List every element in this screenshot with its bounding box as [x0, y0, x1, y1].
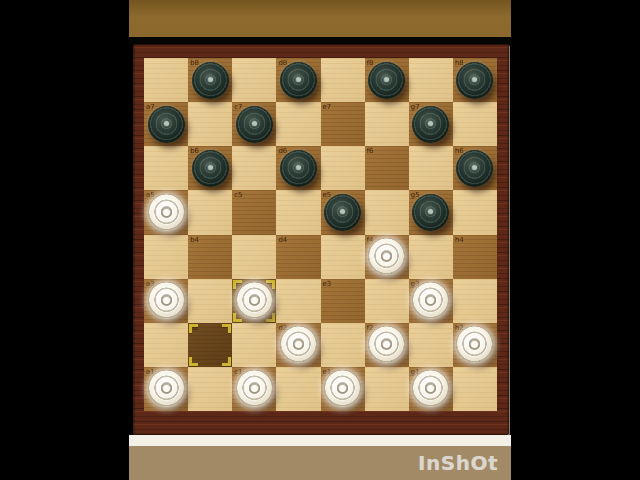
- square-e8: [321, 58, 365, 102]
- square-g6: [409, 146, 453, 190]
- black-man-f8[interactable]: [368, 62, 405, 99]
- square-c2: [232, 323, 276, 367]
- square-h8[interactable]: h8: [453, 58, 497, 102]
- square-coordinate-label: e3: [323, 280, 332, 288]
- square-b5: [188, 190, 232, 234]
- black-man-a7[interactable]: [148, 106, 185, 143]
- square-c1[interactable]: c1: [232, 367, 276, 411]
- square-b4[interactable]: b4: [188, 235, 232, 279]
- white-man-a1[interactable]: [148, 370, 185, 407]
- square-coordinate-label: f6: [367, 147, 374, 155]
- video-content-column: b8d8f8h8a7c7e7g7b6d6f6h6a5c5e5g5b4d4f4h4…: [129, 0, 511, 480]
- square-c3[interactable]: c3: [232, 279, 276, 323]
- white-man-c1[interactable]: [236, 370, 273, 407]
- board-frame: b8d8f8h8a7c7e7g7b6d6f6h6a5c5e5g5b4d4f4h4…: [133, 44, 509, 435]
- white-man-d2[interactable]: [280, 326, 317, 363]
- square-c5[interactable]: c5: [232, 190, 276, 234]
- square-e5[interactable]: e5: [321, 190, 365, 234]
- square-a7[interactable]: a7: [144, 102, 188, 146]
- square-g7[interactable]: g7: [409, 102, 453, 146]
- white-man-e1[interactable]: [324, 370, 361, 407]
- square-f6[interactable]: f6: [365, 146, 409, 190]
- square-coordinate-label: f8: [367, 59, 374, 67]
- white-man-g1[interactable]: [412, 370, 449, 407]
- square-d4[interactable]: d4: [276, 235, 320, 279]
- square-g5[interactable]: g5: [409, 190, 453, 234]
- square-b2[interactable]: b2: [188, 323, 232, 367]
- black-man-b6[interactable]: [192, 150, 229, 187]
- white-man-f4[interactable]: [368, 238, 405, 275]
- square-e6: [321, 146, 365, 190]
- white-man-g3[interactable]: [412, 282, 449, 319]
- square-coordinate-label: f4: [367, 236, 374, 244]
- square-h2[interactable]: h2: [453, 323, 497, 367]
- square-b6[interactable]: b6: [188, 146, 232, 190]
- square-e4: [321, 235, 365, 279]
- square-c7[interactable]: c7: [232, 102, 276, 146]
- square-a3[interactable]: a3: [144, 279, 188, 323]
- white-man-c3[interactable]: [236, 282, 273, 319]
- square-e1[interactable]: e1: [321, 367, 365, 411]
- square-g3[interactable]: g3: [409, 279, 453, 323]
- square-f7: [365, 102, 409, 146]
- square-f2[interactable]: f2: [365, 323, 409, 367]
- square-e2: [321, 323, 365, 367]
- white-man-a3[interactable]: [148, 282, 185, 319]
- square-f8[interactable]: f8: [365, 58, 409, 102]
- square-h4[interactable]: h4: [453, 235, 497, 279]
- square-d3: [276, 279, 320, 323]
- square-a1[interactable]: a1: [144, 367, 188, 411]
- square-d5: [276, 190, 320, 234]
- letterbox-top-gap: [129, 37, 511, 44]
- black-man-g7[interactable]: [412, 106, 449, 143]
- square-h1: [453, 367, 497, 411]
- letterbox-top-bar: [129, 0, 511, 37]
- square-f3: [365, 279, 409, 323]
- inshot-watermark: InShOt: [418, 451, 498, 475]
- black-man-g5[interactable]: [412, 194, 449, 231]
- letterbox-bottom-strip: [129, 435, 511, 446]
- white-man-h2[interactable]: [456, 326, 493, 363]
- square-h6[interactable]: h6: [453, 146, 497, 190]
- square-b8[interactable]: b8: [188, 58, 232, 102]
- square-b3: [188, 279, 232, 323]
- square-g1[interactable]: g1: [409, 367, 453, 411]
- checkers-board[interactable]: b8d8f8h8a7c7e7g7b6d6f6h6a5c5e5g5b4d4f4h4…: [144, 58, 497, 411]
- square-f1: [365, 367, 409, 411]
- white-man-a5[interactable]: [148, 194, 185, 231]
- black-man-h8[interactable]: [456, 62, 493, 99]
- square-d7: [276, 102, 320, 146]
- square-coordinate-label: b2: [190, 324, 199, 332]
- square-f4[interactable]: f4: [365, 235, 409, 279]
- square-coordinate-label: b4: [190, 236, 199, 244]
- square-b7: [188, 102, 232, 146]
- square-e3[interactable]: e3: [321, 279, 365, 323]
- square-a5[interactable]: a5: [144, 190, 188, 234]
- square-d2[interactable]: d2: [276, 323, 320, 367]
- black-man-c7[interactable]: [236, 106, 273, 143]
- square-g4: [409, 235, 453, 279]
- black-man-b8[interactable]: [192, 62, 229, 99]
- square-coordinate-label: h4: [455, 236, 464, 244]
- square-h7: [453, 102, 497, 146]
- square-h5: [453, 190, 497, 234]
- black-man-d8[interactable]: [280, 62, 317, 99]
- square-coordinate-label: c5: [234, 191, 242, 199]
- square-b1: [188, 367, 232, 411]
- square-a2: [144, 323, 188, 367]
- square-g2: [409, 323, 453, 367]
- square-a4: [144, 235, 188, 279]
- square-d1: [276, 367, 320, 411]
- square-coordinate-label: e7: [323, 103, 332, 111]
- black-man-e5[interactable]: [324, 194, 361, 231]
- square-e7[interactable]: e7: [321, 102, 365, 146]
- black-man-h6[interactable]: [456, 150, 493, 187]
- square-coordinate-label: d4: [278, 236, 287, 244]
- square-a8: [144, 58, 188, 102]
- square-c8: [232, 58, 276, 102]
- square-c6: [232, 146, 276, 190]
- black-man-d6[interactable]: [280, 150, 317, 187]
- square-f5: [365, 190, 409, 234]
- square-d6[interactable]: d6: [276, 146, 320, 190]
- square-a6: [144, 146, 188, 190]
- white-man-f2[interactable]: [368, 326, 405, 363]
- square-h3: [453, 279, 497, 323]
- letterbox-bottom-bar: InShOt: [129, 446, 511, 480]
- square-d8[interactable]: d8: [276, 58, 320, 102]
- square-c4: [232, 235, 276, 279]
- square-g8: [409, 58, 453, 102]
